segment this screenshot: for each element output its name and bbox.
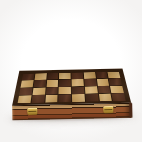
board-square: [84, 72, 96, 79]
box-right-end-panel: [129, 102, 132, 117]
board-square: [59, 80, 71, 87]
board-square: [46, 87, 58, 94]
board-square: [110, 86, 124, 93]
board-square: [18, 95, 32, 103]
board-square: [71, 73, 83, 80]
board-square: [112, 93, 126, 101]
board-square: [22, 74, 34, 81]
board-square: [59, 94, 72, 102]
board-square: [96, 72, 108, 79]
brass-latch-right-icon: [103, 106, 113, 113]
box-front-panel: [12, 103, 131, 121]
board-square: [84, 79, 96, 86]
board-square: [59, 87, 71, 94]
board-square: [72, 86, 84, 93]
board-square: [109, 78, 122, 85]
brass-latch-left-icon: [27, 108, 37, 115]
board-square: [31, 95, 44, 103]
board-square: [96, 79, 109, 86]
board-square: [21, 80, 34, 87]
board-square: [19, 88, 32, 95]
board-frame: [12, 68, 131, 105]
board-square: [72, 94, 85, 102]
board-top-face: [12, 68, 131, 105]
board-square: [85, 94, 98, 102]
board-square: [72, 79, 84, 86]
board-square: [108, 72, 121, 79]
board-square: [46, 80, 58, 87]
board-square: [98, 93, 112, 101]
photo-background: [0, 0, 142, 142]
board-square: [85, 86, 98, 93]
board-square: [33, 80, 45, 87]
board-square: [32, 87, 45, 94]
board-square: [97, 86, 110, 93]
board-square: [59, 73, 71, 80]
board-square: [47, 73, 59, 80]
board-grid: [18, 72, 126, 103]
chessboard-box: [11, 58, 131, 122]
board-square: [34, 73, 46, 80]
board-square: [45, 95, 58, 103]
